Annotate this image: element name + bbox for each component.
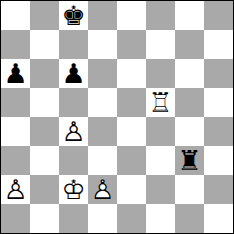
square-g3[interactable]: ♜ <box>175 146 204 175</box>
square-h7[interactable] <box>204 30 233 59</box>
square-a2[interactable]: ♟♙ <box>1 175 30 204</box>
square-f4[interactable] <box>146 117 175 146</box>
square-b4[interactable] <box>30 117 59 146</box>
square-a1[interactable] <box>1 204 30 233</box>
white-pawn-icon: ♙ <box>1 175 30 204</box>
square-b3[interactable] <box>30 146 59 175</box>
square-h5[interactable] <box>204 88 233 117</box>
square-f7[interactable] <box>146 30 175 59</box>
square-e7[interactable] <box>117 30 146 59</box>
white-pawn-fill: ♟ <box>1 175 30 204</box>
square-a3[interactable] <box>1 146 30 175</box>
square-c5[interactable] <box>59 88 88 117</box>
square-e5[interactable] <box>117 88 146 117</box>
square-d8[interactable] <box>88 1 117 30</box>
square-d3[interactable] <box>88 146 117 175</box>
black-king-icon: ♚ <box>59 1 88 30</box>
square-g1[interactable] <box>175 204 204 233</box>
square-f1[interactable] <box>146 204 175 233</box>
square-g2[interactable] <box>175 175 204 204</box>
square-a7[interactable] <box>1 30 30 59</box>
square-a8[interactable] <box>1 1 30 30</box>
square-c1[interactable] <box>59 204 88 233</box>
white-pawn-icon: ♙ <box>59 117 88 146</box>
square-b1[interactable] <box>30 204 59 233</box>
square-e6[interactable] <box>117 59 146 88</box>
square-d7[interactable] <box>88 30 117 59</box>
white-pawn-fill: ♟ <box>59 117 88 146</box>
square-d4[interactable] <box>88 117 117 146</box>
chess-diagram: ♚♟♟♜♖♟♙♜♟♙♚♔♟♙ <box>0 0 234 234</box>
square-d5[interactable] <box>88 88 117 117</box>
square-e3[interactable] <box>117 146 146 175</box>
square-g7[interactable] <box>175 30 204 59</box>
square-a4[interactable] <box>1 117 30 146</box>
square-g4[interactable] <box>175 117 204 146</box>
black-rook-icon: ♜ <box>175 146 204 175</box>
square-c4[interactable]: ♟♙ <box>59 117 88 146</box>
square-f2[interactable] <box>146 175 175 204</box>
square-b2[interactable] <box>30 175 59 204</box>
black-pawn-icon: ♟ <box>59 59 88 88</box>
square-a5[interactable] <box>1 88 30 117</box>
square-e8[interactable] <box>117 1 146 30</box>
square-g8[interactable] <box>175 1 204 30</box>
square-d6[interactable] <box>88 59 117 88</box>
square-c3[interactable] <box>59 146 88 175</box>
square-d2[interactable]: ♟♙ <box>88 175 117 204</box>
square-g5[interactable] <box>175 88 204 117</box>
white-rook-icon: ♖ <box>146 88 175 117</box>
square-g6[interactable] <box>175 59 204 88</box>
square-f8[interactable] <box>146 1 175 30</box>
square-c8[interactable]: ♚ <box>59 1 88 30</box>
white-pawn-icon: ♙ <box>88 175 117 204</box>
square-e1[interactable] <box>117 204 146 233</box>
square-b6[interactable] <box>30 59 59 88</box>
square-h6[interactable] <box>204 59 233 88</box>
square-a6[interactable]: ♟ <box>1 59 30 88</box>
square-h8[interactable] <box>204 1 233 30</box>
chess-board: ♚♟♟♜♖♟♙♜♟♙♚♔♟♙ <box>0 0 234 234</box>
square-e2[interactable] <box>117 175 146 204</box>
white-rook-fill: ♜ <box>146 88 175 117</box>
square-f5[interactable]: ♜♖ <box>146 88 175 117</box>
square-f3[interactable] <box>146 146 175 175</box>
square-h3[interactable] <box>204 146 233 175</box>
square-d1[interactable] <box>88 204 117 233</box>
black-pawn-icon: ♟ <box>1 59 30 88</box>
square-h1[interactable] <box>204 204 233 233</box>
square-b5[interactable] <box>30 88 59 117</box>
square-b7[interactable] <box>30 30 59 59</box>
white-king-icon: ♔ <box>59 175 88 204</box>
square-c7[interactable] <box>59 30 88 59</box>
square-h2[interactable] <box>204 175 233 204</box>
square-c6[interactable]: ♟ <box>59 59 88 88</box>
white-king-fill: ♚ <box>59 175 88 204</box>
square-b8[interactable] <box>30 1 59 30</box>
white-pawn-fill: ♟ <box>88 175 117 204</box>
square-f6[interactable] <box>146 59 175 88</box>
square-h4[interactable] <box>204 117 233 146</box>
square-c2[interactable]: ♚♔ <box>59 175 88 204</box>
square-e4[interactable] <box>117 117 146 146</box>
